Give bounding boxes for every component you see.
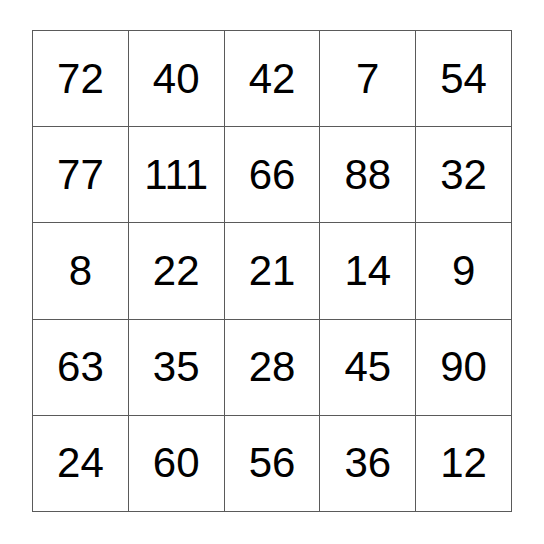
- bingo-cell-r4c3[interactable]: 28: [225, 320, 320, 415]
- bingo-cell-r2c1[interactable]: 77: [33, 127, 128, 222]
- bingo-cell-r1c3[interactable]: 42: [225, 31, 320, 126]
- bingo-cell-r4c1[interactable]: 63: [33, 320, 128, 415]
- bingo-cell-r3c5[interactable]: 9: [416, 223, 511, 318]
- bingo-cell-r2c2[interactable]: 111: [129, 127, 224, 222]
- bingo-cell-r1c5[interactable]: 54: [416, 31, 511, 126]
- bingo-cell-r5c2[interactable]: 60: [129, 416, 224, 511]
- bingo-cell-r2c4[interactable]: 88: [320, 127, 415, 222]
- bingo-cell-r3c1[interactable]: 8: [33, 223, 128, 318]
- bingo-cell-r4c4[interactable]: 45: [320, 320, 415, 415]
- bingo-cell-r2c3[interactable]: 66: [225, 127, 320, 222]
- bingo-cell-r3c4[interactable]: 14: [320, 223, 415, 318]
- bingo-cell-r3c3[interactable]: 21: [225, 223, 320, 318]
- bingo-cell-r5c3[interactable]: 56: [225, 416, 320, 511]
- bingo-cell-r1c2[interactable]: 40: [129, 31, 224, 126]
- bingo-cell-r1c4[interactable]: 7: [320, 31, 415, 126]
- bingo-cell-r4c2[interactable]: 35: [129, 320, 224, 415]
- bingo-cell-r1c1[interactable]: 72: [33, 31, 128, 126]
- bingo-cell-r5c4[interactable]: 36: [320, 416, 415, 511]
- bingo-cell-r3c2[interactable]: 22: [129, 223, 224, 318]
- bingo-cell-r5c1[interactable]: 24: [33, 416, 128, 511]
- bingo-cell-r2c5[interactable]: 32: [416, 127, 511, 222]
- bingo-board: 72 40 42 7 54 77 111 66 88 32 8 22 21 14…: [32, 30, 512, 512]
- bingo-cell-r4c5[interactable]: 90: [416, 320, 511, 415]
- bingo-card-page: 72 40 42 7 54 77 111 66 88 32 8 22 21 14…: [0, 0, 544, 544]
- bingo-cell-r5c5[interactable]: 12: [416, 416, 511, 511]
